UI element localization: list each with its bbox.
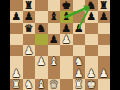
black-pawn-piece[interactable]: ♟ bbox=[73, 23, 86, 34]
white-pawn-piece[interactable]: ♟ bbox=[60, 34, 73, 45]
square-f5[interactable] bbox=[73, 34, 86, 45]
square-c7[interactable] bbox=[35, 11, 48, 22]
square-e5[interactable]: ♟ bbox=[60, 34, 73, 45]
black-pawn-piece[interactable]: ♟ bbox=[85, 11, 98, 22]
square-h5[interactable] bbox=[98, 34, 111, 45]
square-e7[interactable]: ♝ bbox=[60, 11, 73, 22]
square-a1[interactable]: ♜ bbox=[10, 79, 23, 90]
white-king-piece[interactable]: ♚ bbox=[85, 79, 98, 90]
square-f3[interactable]: ♞ bbox=[73, 56, 86, 67]
black-bishop-piece[interactable]: ♝ bbox=[48, 11, 61, 22]
white-pawn-piece[interactable]: ♟ bbox=[98, 68, 111, 79]
square-f1[interactable]: ♜ bbox=[73, 79, 86, 90]
square-f6[interactable]: ♟ bbox=[73, 23, 86, 34]
square-b7[interactable]: ♟ bbox=[23, 11, 36, 22]
square-g7[interactable]: ♟ bbox=[85, 11, 98, 22]
square-d1[interactable]: ♛ bbox=[48, 79, 61, 90]
white-queen-piece[interactable]: ♛ bbox=[48, 79, 61, 90]
square-g1[interactable]: ♚ bbox=[85, 79, 98, 90]
square-e4[interactable] bbox=[60, 45, 73, 56]
chess-board[interactable]: ♜♚♞♜♟♟♝♝♟♟♛♞♟♟♟♟♟♟♝♞♟♟♟♟♜♞♝♛♜♚ bbox=[10, 0, 110, 90]
square-h3[interactable] bbox=[98, 56, 111, 67]
square-c8[interactable] bbox=[35, 0, 48, 11]
black-knight-piece[interactable]: ♞ bbox=[35, 23, 48, 34]
white-rook-piece[interactable]: ♜ bbox=[10, 79, 23, 90]
chess-app-screenshot: ♜♚♞♜♟♟♝♝♟♟♛♞♟♟♟♟♟♟♝♞♟♟♟♟♜♞♝♛♜♚ bbox=[0, 0, 120, 90]
square-h4[interactable] bbox=[98, 45, 111, 56]
square-b1[interactable]: ♞ bbox=[23, 79, 36, 90]
black-pawn-piece[interactable]: ♟ bbox=[48, 34, 61, 45]
white-bishop-piece[interactable]: ♝ bbox=[48, 56, 61, 67]
square-g3[interactable] bbox=[85, 56, 98, 67]
black-pawn-piece[interactable]: ♟ bbox=[10, 11, 23, 22]
square-h6[interactable] bbox=[98, 23, 111, 34]
square-a6[interactable] bbox=[10, 23, 23, 34]
square-g6[interactable] bbox=[85, 23, 98, 34]
square-f7[interactable] bbox=[73, 11, 86, 22]
square-e3[interactable] bbox=[60, 56, 73, 67]
square-b4[interactable]: ♟ bbox=[23, 45, 36, 56]
square-d7[interactable]: ♝ bbox=[48, 11, 61, 22]
white-pawn-piece[interactable]: ♟ bbox=[35, 56, 48, 67]
black-bishop-piece[interactable]: ♝ bbox=[60, 11, 73, 22]
square-f8[interactable] bbox=[73, 0, 86, 11]
square-d5[interactable]: ♟ bbox=[48, 34, 61, 45]
square-a3[interactable] bbox=[10, 56, 23, 67]
square-c5[interactable] bbox=[35, 34, 48, 45]
square-a5[interactable] bbox=[10, 34, 23, 45]
square-c3[interactable]: ♟ bbox=[35, 56, 48, 67]
white-knight-piece[interactable]: ♞ bbox=[23, 79, 36, 90]
square-g4[interactable] bbox=[85, 45, 98, 56]
white-rook-piece[interactable]: ♜ bbox=[73, 79, 86, 90]
square-d3[interactable]: ♝ bbox=[48, 56, 61, 67]
square-a4[interactable] bbox=[10, 45, 23, 56]
square-b3[interactable] bbox=[23, 56, 36, 67]
square-h7[interactable]: ♟ bbox=[98, 11, 111, 22]
square-h2[interactable]: ♟ bbox=[98, 68, 111, 79]
square-c1[interactable]: ♝ bbox=[35, 79, 48, 90]
black-queen-piece[interactable]: ♛ bbox=[23, 23, 36, 34]
square-e2[interactable] bbox=[60, 68, 73, 79]
square-g5[interactable] bbox=[85, 34, 98, 45]
square-h1[interactable] bbox=[98, 79, 111, 90]
white-pawn-piece[interactable]: ♟ bbox=[23, 45, 36, 56]
square-b6[interactable]: ♛ bbox=[23, 23, 36, 34]
white-bishop-piece[interactable]: ♝ bbox=[35, 79, 48, 90]
black-pawn-piece[interactable]: ♟ bbox=[23, 11, 36, 22]
black-pawn-piece[interactable]: ♟ bbox=[98, 11, 111, 22]
square-e1[interactable] bbox=[60, 79, 73, 90]
white-knight-piece[interactable]: ♞ bbox=[73, 56, 86, 67]
square-c6[interactable]: ♞ bbox=[35, 23, 48, 34]
square-a7[interactable]: ♟ bbox=[10, 11, 23, 22]
